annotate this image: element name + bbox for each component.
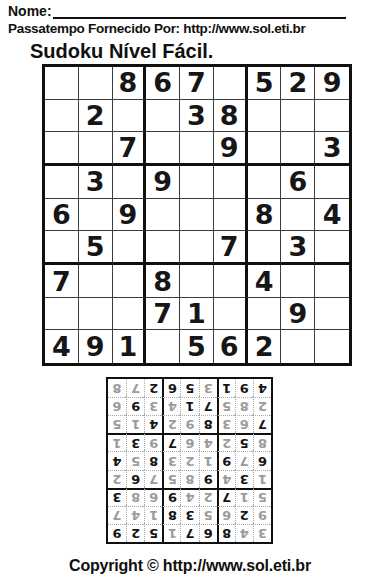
solution-cell: 5	[108, 415, 126, 433]
puzzle-cell: 5	[79, 231, 113, 265]
solution-cell: 2	[235, 506, 253, 524]
puzzle-cell	[281, 265, 315, 298]
solution-cell: 4	[126, 506, 144, 524]
solution-cell: 6	[253, 451, 271, 469]
puzzle-cell	[180, 265, 214, 298]
puzzle-cell	[79, 265, 113, 298]
puzzle-cell	[45, 132, 79, 166]
name-field-row: Nome:	[8, 3, 346, 19]
puzzle-cell	[113, 231, 147, 265]
solution-cell: 9	[144, 433, 162, 451]
puzzle-cell	[214, 67, 248, 100]
puzzle-cell	[315, 298, 349, 331]
solution-cell: 9	[199, 470, 217, 488]
solution-cell: 1	[108, 433, 126, 451]
solution-cell: 4	[162, 397, 180, 415]
solution-cell: 7	[180, 524, 198, 542]
solution-cell: 4	[199, 433, 217, 451]
solution-cell: 4	[253, 379, 271, 397]
puzzle-cell	[248, 132, 282, 166]
puzzle-cell: 4	[45, 330, 79, 363]
solution-cell: 8	[162, 506, 180, 524]
puzzle-cell	[180, 199, 214, 232]
puzzle-cell: 8	[113, 67, 147, 100]
puzzle-cell	[214, 199, 248, 232]
puzzle-cell	[79, 199, 113, 232]
puzzle-cell: 9	[214, 132, 248, 166]
puzzle-cell: 6	[214, 330, 248, 363]
solution-cell: 8	[144, 451, 162, 469]
solution-cell: 9	[253, 506, 271, 524]
puzzle-cell	[180, 132, 214, 166]
puzzle-cell: 3	[180, 100, 214, 133]
puzzle-cell: 1	[180, 298, 214, 331]
puzzle-cell	[79, 67, 113, 100]
solution-cell: 5	[235, 433, 253, 451]
puzzle-cell: 2	[79, 100, 113, 133]
solution-cell: 9	[235, 379, 253, 397]
solution-cell: 1	[217, 379, 235, 397]
puzzle-cell	[146, 231, 180, 265]
solution-cell: 3	[217, 415, 235, 433]
solution-cell: 1	[180, 397, 198, 415]
puzzle-cell	[45, 100, 79, 133]
puzzle-cell	[146, 132, 180, 166]
puzzle-cell: 1	[113, 330, 147, 363]
sudoku-worksheet-page: Nome: Passatempo Fornecido Por: http://w…	[0, 0, 380, 585]
puzzle-cell: 7	[113, 132, 147, 166]
puzzle-cell	[315, 166, 349, 199]
solution-cell: 5	[253, 488, 271, 506]
puzzle-cell	[248, 231, 282, 265]
puzzle-cell	[146, 199, 180, 232]
solution-cell: 2	[199, 488, 217, 506]
puzzle-cell: 5	[180, 330, 214, 363]
puzzle-cell	[79, 132, 113, 166]
solution-cell: 8	[108, 379, 126, 397]
puzzle-cell: 9	[281, 298, 315, 331]
puzzle-cell: 3	[79, 166, 113, 199]
solution-cell: 7	[126, 379, 144, 397]
solution-cell: 3	[253, 524, 271, 542]
puzzle-cell	[45, 231, 79, 265]
puzzle-cell: 7	[146, 298, 180, 331]
puzzle-cell	[315, 265, 349, 298]
solution-cell: 8	[199, 415, 217, 433]
solution-cell: 6	[199, 524, 217, 542]
page-title: Sudoku Nível Fácil.	[30, 40, 213, 63]
solution-cell: 4	[108, 451, 126, 469]
puzzle-cell: 2	[248, 330, 282, 363]
solution-cell: 3	[144, 397, 162, 415]
puzzle-cell	[113, 265, 147, 298]
puzzle-cell: 7	[45, 265, 79, 298]
puzzle-cell	[45, 67, 79, 100]
puzzle-cell	[113, 100, 147, 133]
puzzle-cell	[146, 100, 180, 133]
puzzle-cell	[79, 298, 113, 331]
puzzle-cell	[281, 330, 315, 363]
solution-cell: 3	[162, 451, 180, 469]
solution-cell: 7	[108, 506, 126, 524]
solution-cell: 7	[162, 433, 180, 451]
puzzle-cell	[214, 265, 248, 298]
solution-cell: 9	[108, 524, 126, 542]
solution-cell: 3	[180, 506, 198, 524]
solution-cell: 9	[217, 451, 235, 469]
solution-cell: 2	[108, 470, 126, 488]
solution-cell: 6	[235, 415, 253, 433]
solution-cell: 1	[144, 506, 162, 524]
solution-cell: 7	[253, 415, 271, 433]
puzzle-cell: 7	[214, 231, 248, 265]
puzzle-cell	[113, 166, 147, 199]
puzzle-cell	[113, 298, 147, 331]
name-label: Nome:	[8, 4, 52, 19]
puzzle-cell: 8	[248, 199, 282, 232]
puzzle-cell: 7	[180, 67, 214, 100]
puzzle-cell	[248, 100, 282, 133]
puzzle-cell: 6	[281, 166, 315, 199]
solution-cell: 9	[126, 397, 144, 415]
puzzle-cell: 9	[315, 67, 349, 100]
solution-cell: 6	[162, 379, 180, 397]
solution-cell: 3	[199, 379, 217, 397]
solution-cell: 6	[108, 397, 126, 415]
solution-cell: 5	[126, 451, 144, 469]
solution-cell: 8	[180, 470, 198, 488]
puzzle-cell	[281, 100, 315, 133]
puzzle-cell: 4	[315, 199, 349, 232]
solution-cell: 7	[144, 470, 162, 488]
puzzle-cell: 4	[248, 265, 282, 298]
solution-cell: 1	[199, 451, 217, 469]
solution-cell: 3	[235, 470, 253, 488]
solution-cell: 4	[180, 488, 198, 506]
puzzle-cell: 8	[146, 265, 180, 298]
solution-cell: 6	[217, 506, 235, 524]
puzzle-cell	[45, 298, 79, 331]
puzzle-cell	[248, 166, 282, 199]
solution-cell: 5	[162, 470, 180, 488]
puzzle-cell: 8	[214, 100, 248, 133]
solution-cell: 2	[180, 451, 198, 469]
solution-cell: 7	[217, 488, 235, 506]
puzzle-cell: 2	[281, 67, 315, 100]
puzzle-cell	[146, 330, 180, 363]
solution-cell: 8	[217, 524, 235, 542]
solution-cell: 4	[217, 470, 235, 488]
solution-cell: 1	[162, 524, 180, 542]
solution-cell: 5	[217, 397, 235, 415]
solution-cell: 6	[144, 488, 162, 506]
puzzle-cell	[315, 330, 349, 363]
puzzle-cell	[45, 166, 79, 199]
puzzle-cell	[214, 298, 248, 331]
solution-cell: 6	[180, 433, 198, 451]
solution-cell: 8	[235, 397, 253, 415]
puzzle-cell	[214, 166, 248, 199]
solution-cell: 4	[144, 415, 162, 433]
puzzle-cell: 9	[146, 166, 180, 199]
solution-cell: 8	[253, 433, 271, 451]
puzzle-cell	[180, 231, 214, 265]
solution-cell: 6	[126, 470, 144, 488]
solution-cell: 2	[162, 415, 180, 433]
puzzle-cell: 6	[45, 199, 79, 232]
solution-cell: 1	[126, 415, 144, 433]
copyright-line: Copyright © http://www.sol.eti.br	[0, 557, 380, 575]
solution-cell: 3	[108, 488, 126, 506]
provider-line: Passatempo Fornecido Por: http://www.sol…	[8, 21, 372, 36]
solution-cell: 2	[217, 433, 235, 451]
solution-cell: 5	[199, 506, 217, 524]
puzzle-cell: 9	[79, 330, 113, 363]
solution-cell: 2	[144, 379, 162, 397]
puzzle-cell: 5	[248, 67, 282, 100]
puzzle-cell	[315, 100, 349, 133]
solution-cell: 9	[162, 488, 180, 506]
puzzle-cell: 3	[281, 231, 315, 265]
solution-cell: 1	[253, 470, 271, 488]
solution-cell: 7	[199, 397, 217, 415]
solution-cell: 4	[235, 524, 253, 542]
sudoku-solution-grid-rotated: 3486715299265381475172496831349857626791…	[106, 377, 273, 544]
solution-cell: 1	[235, 488, 253, 506]
solution-cell: 2	[126, 524, 144, 542]
sudoku-puzzle-grid: 8675292387933966984573784719491562	[42, 64, 352, 366]
solution-cell: 7	[235, 451, 253, 469]
puzzle-cell: 9	[113, 199, 147, 232]
puzzle-cell	[180, 166, 214, 199]
solution-cell: 5	[144, 524, 162, 542]
puzzle-cell	[281, 199, 315, 232]
puzzle-cell: 6	[146, 67, 180, 100]
puzzle-cell	[281, 132, 315, 166]
name-blank-line	[53, 3, 346, 19]
solution-cell: 9	[180, 415, 198, 433]
solution-cell: 3	[126, 433, 144, 451]
solution-cell: 2	[253, 397, 271, 415]
puzzle-cell: 3	[315, 132, 349, 166]
solution-cell: 5	[180, 379, 198, 397]
puzzle-cell	[248, 298, 282, 331]
puzzle-cell	[315, 231, 349, 265]
solution-cell: 8	[126, 488, 144, 506]
